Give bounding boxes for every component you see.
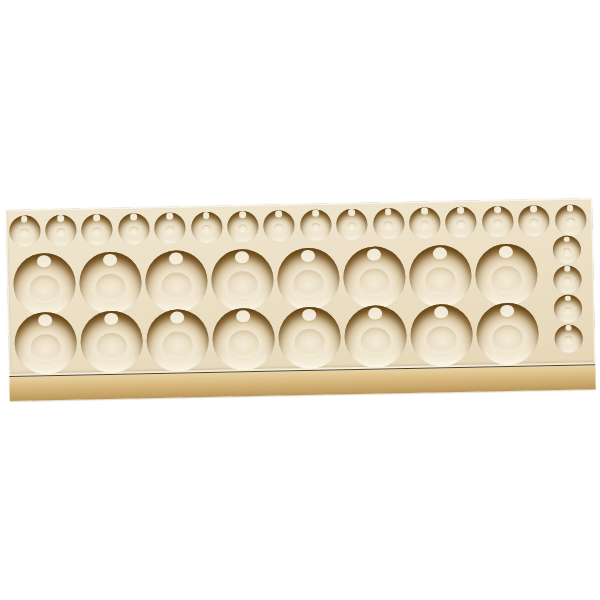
brass-pit-board xyxy=(6,198,596,401)
pit-rim-highlight xyxy=(239,212,246,218)
top-small-row-pit-7[interactable] xyxy=(227,210,259,242)
top-small-row-pit-2[interactable] xyxy=(45,214,77,246)
pit-rim-highlight xyxy=(104,313,118,326)
top-small-row-pit-3[interactable] xyxy=(81,213,113,245)
top-small-row-pit-13[interactable] xyxy=(445,206,477,238)
top-small-row-pit-9[interactable] xyxy=(300,209,332,241)
right-small-column-pit-2[interactable] xyxy=(553,265,582,294)
top-small-row-pit-16[interactable] xyxy=(554,204,586,236)
pit-rim-highlight xyxy=(301,250,315,263)
pit-rim-highlight xyxy=(38,314,52,327)
pit-rim-highlight xyxy=(564,266,570,272)
pit-rim-highlight xyxy=(93,215,100,221)
right-small-column-pit-1[interactable] xyxy=(553,235,582,264)
pit-rim-highlight xyxy=(500,305,514,318)
top-small-row-pit-1[interactable] xyxy=(9,215,41,247)
large-row-upper-pit-7[interactable] xyxy=(409,245,472,308)
pit-rim-highlight xyxy=(170,311,184,324)
large-row-upper-pit-5[interactable] xyxy=(277,247,340,310)
large-row-lower-pit-4[interactable] xyxy=(212,308,275,371)
large-row-lower-pit-3[interactable] xyxy=(146,309,209,372)
large-row-upper-pit-6[interactable] xyxy=(343,246,406,309)
pit-rim-highlight xyxy=(530,206,537,212)
right-small-column-pit-4[interactable] xyxy=(554,324,583,353)
pit-rim-highlight xyxy=(166,213,173,219)
right-small-column-pit-3[interactable] xyxy=(554,294,583,323)
pit-rim-highlight xyxy=(37,255,51,268)
pit-rim-highlight xyxy=(235,251,249,264)
top-small-row-pit-12[interactable] xyxy=(409,207,441,239)
pit-rim-highlight xyxy=(21,216,28,222)
large-row-upper-pit-1[interactable] xyxy=(13,253,76,316)
pit-rim-highlight xyxy=(434,306,448,319)
pit-rim-highlight xyxy=(236,310,250,323)
top-small-row-pit-11[interactable] xyxy=(373,208,405,240)
pit-rim-highlight xyxy=(169,252,183,265)
pit-rim-highlight xyxy=(302,309,316,322)
top-small-row-pit-6[interactable] xyxy=(191,211,223,243)
pit-rim-highlight xyxy=(433,247,447,260)
large-row-upper-pit-3[interactable] xyxy=(145,250,208,313)
top-small-row-pit-15[interactable] xyxy=(518,205,550,237)
pit-rim-highlight xyxy=(385,209,392,215)
large-row-lower-pit-8[interactable] xyxy=(476,302,539,365)
pit-rim-highlight xyxy=(130,214,137,220)
top-small-row-pit-10[interactable] xyxy=(336,208,368,240)
pit-rim-highlight xyxy=(565,325,571,331)
large-row-lower-pit-6[interactable] xyxy=(344,305,407,368)
pit-rim-highlight xyxy=(275,211,282,217)
large-row-lower-pit-5[interactable] xyxy=(278,306,341,369)
pit-rim-highlight xyxy=(367,248,381,261)
pit-rim-highlight xyxy=(203,212,210,218)
pit-rim-highlight xyxy=(312,210,319,216)
pit-rim-highlight xyxy=(421,208,428,214)
large-row-upper-pit-4[interactable] xyxy=(211,249,274,312)
pit-rim-highlight xyxy=(457,207,464,213)
pit-rim-highlight xyxy=(348,209,355,215)
large-row-lower-pit-2[interactable] xyxy=(80,310,143,373)
product-photo-scene xyxy=(0,0,600,600)
top-small-row-pit-5[interactable] xyxy=(154,212,186,244)
large-row-upper-pit-2[interactable] xyxy=(79,251,142,314)
pit-rim-highlight xyxy=(567,205,574,211)
pit-rim-highlight xyxy=(564,237,570,243)
pit-rim-highlight xyxy=(103,254,117,267)
top-small-row-pit-8[interactable] xyxy=(263,210,295,242)
top-small-row-pit-14[interactable] xyxy=(482,205,514,237)
top-small-row-pit-4[interactable] xyxy=(118,213,150,245)
pit-rim-highlight xyxy=(565,296,571,302)
large-row-upper-pit-8[interactable] xyxy=(475,243,538,306)
pit-rim-highlight xyxy=(494,206,501,212)
pit-rim-highlight xyxy=(57,215,64,221)
board-top-face xyxy=(6,198,595,374)
large-row-lower-pit-1[interactable] xyxy=(14,312,77,375)
pit-rim-highlight xyxy=(499,246,513,259)
pit-rim-highlight xyxy=(368,307,382,320)
large-row-lower-pit-7[interactable] xyxy=(410,304,473,367)
